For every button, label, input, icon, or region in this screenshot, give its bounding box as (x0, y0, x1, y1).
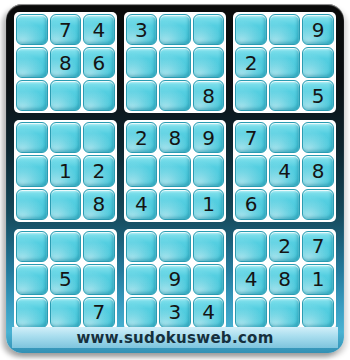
cell-r4c4[interactable]: 2 (126, 122, 158, 153)
sudoku-box: 925 (233, 12, 336, 113)
sudoku-panels: 7486 38 925 128 28941 7486 57 934 27481 (14, 12, 336, 330)
cell-r2c9[interactable] (302, 47, 334, 78)
cell-r3c4[interactable] (126, 80, 158, 111)
cell-r8c9[interactable]: 1 (302, 264, 334, 295)
cell-r7c6[interactable] (193, 231, 225, 262)
cell-r5c5[interactable] (159, 155, 191, 186)
cell-r8c5[interactable]: 9 (159, 264, 191, 295)
cell-r7c4[interactable] (126, 231, 158, 262)
cell-r1c1[interactable] (16, 14, 48, 45)
sudoku-box: 57 (14, 229, 117, 330)
cell-r8c2[interactable]: 5 (50, 264, 82, 295)
cell-r8c1[interactable] (16, 264, 48, 295)
cell-r8c7[interactable]: 4 (235, 264, 267, 295)
cell-r6c5[interactable] (159, 189, 191, 220)
cell-r1c7[interactable] (235, 14, 267, 45)
cell-r8c4[interactable] (126, 264, 158, 295)
cell-r7c9[interactable]: 7 (302, 231, 334, 262)
page: 7486 38 925 128 28941 7486 57 934 27481 … (0, 0, 350, 360)
cell-r1c4[interactable]: 3 (126, 14, 158, 45)
cell-r3c7[interactable] (235, 80, 267, 111)
cell-r4c6[interactable]: 9 (193, 122, 225, 153)
cell-r4c3[interactable] (83, 122, 115, 153)
cell-r6c6[interactable]: 1 (193, 189, 225, 220)
cell-r2c1[interactable] (16, 47, 48, 78)
cell-r2c7[interactable]: 2 (235, 47, 267, 78)
cell-r1c2[interactable]: 7 (50, 14, 82, 45)
footer-band: www.sudokusweb.com (12, 327, 338, 348)
sudoku-board: 7486 38 925 128 28941 7486 57 934 27481 … (6, 4, 344, 353)
cell-r2c6[interactable] (193, 47, 225, 78)
cell-r2c2[interactable]: 8 (50, 47, 82, 78)
sudoku-box: 38 (124, 12, 227, 113)
cell-r9c6[interactable]: 4 (193, 297, 225, 328)
cell-r4c9[interactable] (302, 122, 334, 153)
cell-r9c2[interactable] (50, 297, 82, 328)
cell-r4c1[interactable] (16, 122, 48, 153)
cell-r8c6[interactable] (193, 264, 225, 295)
cell-r6c3[interactable]: 8 (83, 189, 115, 220)
cell-r7c2[interactable] (50, 231, 82, 262)
cell-r9c9[interactable] (302, 297, 334, 328)
cell-r7c1[interactable] (16, 231, 48, 262)
cell-r5c2[interactable]: 1 (50, 155, 82, 186)
cell-r5c9[interactable]: 8 (302, 155, 334, 186)
cell-r5c4[interactable] (126, 155, 158, 186)
cell-r3c3[interactable] (83, 80, 115, 111)
sudoku-box: 128 (14, 120, 117, 221)
cell-r3c8[interactable] (269, 80, 301, 111)
cell-r1c9[interactable]: 9 (302, 14, 334, 45)
cell-r4c8[interactable] (269, 122, 301, 153)
cell-r8c3[interactable] (83, 264, 115, 295)
cell-r4c7[interactable]: 7 (235, 122, 267, 153)
cell-r6c2[interactable] (50, 189, 82, 220)
cell-r4c5[interactable]: 8 (159, 122, 191, 153)
cell-r7c7[interactable] (235, 231, 267, 262)
cell-r2c4[interactable] (126, 47, 158, 78)
cell-r9c3[interactable]: 7 (83, 297, 115, 328)
cell-r5c3[interactable]: 2 (83, 155, 115, 186)
cell-r7c3[interactable] (83, 231, 115, 262)
cell-r5c7[interactable] (235, 155, 267, 186)
cell-r8c8[interactable]: 8 (269, 264, 301, 295)
cell-r6c4[interactable]: 4 (126, 189, 158, 220)
cell-r3c6[interactable]: 8 (193, 80, 225, 111)
cell-r1c5[interactable] (159, 14, 191, 45)
cell-r9c1[interactable] (16, 297, 48, 328)
cell-r2c5[interactable] (159, 47, 191, 78)
cell-r1c3[interactable]: 4 (83, 14, 115, 45)
cell-r3c2[interactable] (50, 80, 82, 111)
cell-r5c1[interactable] (16, 155, 48, 186)
cell-r9c4[interactable] (126, 297, 158, 328)
cell-r6c7[interactable]: 6 (235, 189, 267, 220)
cell-r4c2[interactable] (50, 122, 82, 153)
sudoku-box: 7486 (233, 120, 336, 221)
cell-r7c8[interactable]: 2 (269, 231, 301, 262)
cell-r5c6[interactable] (193, 155, 225, 186)
sudoku-box: 27481 (233, 229, 336, 330)
cell-r3c1[interactable] (16, 80, 48, 111)
cell-r9c8[interactable] (269, 297, 301, 328)
cell-r6c8[interactable] (269, 189, 301, 220)
cell-r2c8[interactable] (269, 47, 301, 78)
cell-r9c5[interactable]: 3 (159, 297, 191, 328)
cell-r9c7[interactable] (235, 297, 267, 328)
cell-r3c9[interactable]: 5 (302, 80, 334, 111)
cell-r6c9[interactable] (302, 189, 334, 220)
sudoku-box: 7486 (14, 12, 117, 113)
sudoku-box: 934 (124, 229, 227, 330)
cell-r1c8[interactable] (269, 14, 301, 45)
cell-r5c8[interactable]: 4 (269, 155, 301, 186)
cell-r3c5[interactable] (159, 80, 191, 111)
cell-r2c3[interactable]: 6 (83, 47, 115, 78)
cell-r6c1[interactable] (16, 189, 48, 220)
sudoku-box: 28941 (124, 120, 227, 221)
cell-r7c5[interactable] (159, 231, 191, 262)
website-link[interactable]: www.sudokusweb.com (76, 329, 273, 347)
cell-r1c6[interactable] (193, 14, 225, 45)
